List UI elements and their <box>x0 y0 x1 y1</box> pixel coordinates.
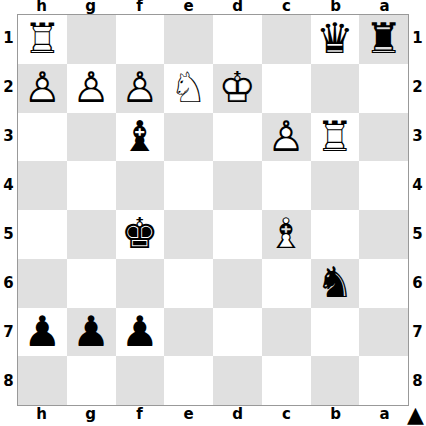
square-c7[interactable] <box>262 308 311 357</box>
square-d7[interactable] <box>213 308 262 357</box>
black-bishop-f3-icon: ♝ <box>116 113 165 162</box>
rank-label-4: 4 <box>409 161 426 210</box>
black-king-f5-icon: ♚ <box>116 210 165 259</box>
square-b3[interactable]: ♜♖ <box>311 113 360 162</box>
square-h7[interactable]: ♟ <box>18 308 67 357</box>
rank-label-3: 3 <box>0 112 17 161</box>
square-e2[interactable]: ♞♘ <box>164 64 213 113</box>
square-b6[interactable]: ♞ <box>311 259 360 308</box>
square-g7[interactable]: ♟ <box>67 308 116 357</box>
square-h4[interactable] <box>18 161 67 210</box>
square-a2[interactable] <box>359 64 408 113</box>
black-rook-a1-icon: ♜ <box>359 15 408 64</box>
square-e5[interactable] <box>164 210 213 259</box>
square-b5[interactable] <box>311 210 360 259</box>
white-bishop-c5-icon: ♝♗ <box>262 210 311 259</box>
square-d6[interactable] <box>213 259 262 308</box>
white-rook-h1-icon: ♜♖ <box>18 15 67 64</box>
square-f1[interactable] <box>116 15 165 64</box>
file-label-e: e <box>164 407 213 422</box>
rank-label-5: 5 <box>0 210 17 259</box>
file-label-a: a <box>360 0 409 14</box>
square-e3[interactable] <box>164 113 213 162</box>
file-label-f: f <box>115 407 164 422</box>
square-a4[interactable] <box>359 161 408 210</box>
rank-labels-right: 12345678 <box>409 14 426 406</box>
square-d4[interactable] <box>213 161 262 210</box>
square-g8[interactable] <box>67 356 116 405</box>
square-a5[interactable] <box>359 210 408 259</box>
black-pawn-g7-icon: ♟ <box>67 308 116 357</box>
white-pawn-g2-icon: ♟♙ <box>67 64 116 113</box>
square-e7[interactable] <box>164 308 213 357</box>
square-f5[interactable]: ♚ <box>116 210 165 259</box>
piece-outline-layer: ♔ <box>213 64 262 113</box>
black-pawn-f7-icon: ♟ <box>116 308 165 357</box>
square-b7[interactable] <box>311 308 360 357</box>
square-g2[interactable]: ♟♙ <box>67 64 116 113</box>
square-h5[interactable] <box>18 210 67 259</box>
square-f8[interactable] <box>116 356 165 405</box>
square-d2[interactable]: ♚♔ <box>213 64 262 113</box>
square-d3[interactable] <box>213 113 262 162</box>
square-f7[interactable]: ♟ <box>116 308 165 357</box>
file-labels-bottom: hgfedcba <box>17 407 409 422</box>
white-rook-b3-icon: ♜♖ <box>311 113 360 162</box>
file-label-h: h <box>17 407 66 422</box>
black-queen-b1-icon: ♛ <box>311 15 360 64</box>
square-h6[interactable] <box>18 259 67 308</box>
rank-label-2: 2 <box>0 63 17 112</box>
square-d8[interactable] <box>213 356 262 405</box>
file-label-g: g <box>66 0 115 14</box>
square-c6[interactable] <box>262 259 311 308</box>
square-c4[interactable] <box>262 161 311 210</box>
white-king-d2-icon: ♚♔ <box>213 64 262 113</box>
square-f6[interactable] <box>116 259 165 308</box>
piece-outline-layer: ♙ <box>67 64 116 113</box>
piece-outline-layer: ♖ <box>311 113 360 162</box>
file-label-e: e <box>164 0 213 14</box>
square-b4[interactable] <box>311 161 360 210</box>
rank-label-1: 1 <box>409 14 426 63</box>
square-c8[interactable] <box>262 356 311 405</box>
square-a6[interactable] <box>359 259 408 308</box>
square-b1[interactable]: ♛ <box>311 15 360 64</box>
file-label-c: c <box>262 0 311 14</box>
file-label-h: h <box>17 0 66 14</box>
square-a3[interactable] <box>359 113 408 162</box>
rank-label-7: 7 <box>0 308 17 357</box>
file-label-f: f <box>115 0 164 14</box>
file-label-c: c <box>262 407 311 422</box>
square-a1[interactable]: ♜ <box>359 15 408 64</box>
rank-label-6: 6 <box>409 259 426 308</box>
square-b2[interactable] <box>311 64 360 113</box>
file-label-d: d <box>213 407 262 422</box>
square-e4[interactable] <box>164 161 213 210</box>
square-a8[interactable] <box>359 356 408 405</box>
black-to-move-indicator: ▲ <box>407 404 424 426</box>
square-c5[interactable]: ♝♗ <box>262 210 311 259</box>
file-label-d: d <box>213 0 262 14</box>
file-label-a: a <box>360 407 409 422</box>
square-f4[interactable] <box>116 161 165 210</box>
square-a7[interactable] <box>359 308 408 357</box>
white-knight-e2-icon: ♞♘ <box>164 64 213 113</box>
black-knight-b6-icon: ♞ <box>311 259 360 308</box>
piece-outline-layer: ♖ <box>18 15 67 64</box>
rank-label-8: 8 <box>409 357 426 406</box>
piece-outline-layer: ♙ <box>116 64 165 113</box>
square-f3[interactable]: ♝ <box>116 113 165 162</box>
white-pawn-f2-icon: ♟♙ <box>116 64 165 113</box>
square-f2[interactable]: ♟♙ <box>116 64 165 113</box>
rank-label-3: 3 <box>409 112 426 161</box>
square-g1[interactable] <box>67 15 116 64</box>
file-label-b: b <box>311 407 360 422</box>
rank-label-1: 1 <box>0 14 17 63</box>
square-g5[interactable] <box>67 210 116 259</box>
white-pawn-h2-icon: ♟♙ <box>18 64 67 113</box>
rank-label-4: 4 <box>0 161 17 210</box>
square-e6[interactable] <box>164 259 213 308</box>
square-d5[interactable] <box>213 210 262 259</box>
piece-outline-layer: ♘ <box>164 64 213 113</box>
square-h1[interactable]: ♜♖ <box>18 15 67 64</box>
square-c1[interactable] <box>262 15 311 64</box>
square-d1[interactable] <box>213 15 262 64</box>
chess-board: ♜♖♛♜♟♙♟♙♟♙♞♘♚♔♝♟♙♜♖♚♝♗♞♟♟♟ <box>17 14 409 406</box>
square-g3[interactable] <box>67 113 116 162</box>
piece-outline-layer: ♙ <box>18 64 67 113</box>
file-labels-top: hgfedcba <box>17 0 409 14</box>
rank-label-6: 6 <box>0 259 17 308</box>
square-g6[interactable] <box>67 259 116 308</box>
rank-label-2: 2 <box>409 63 426 112</box>
square-b8[interactable] <box>311 356 360 405</box>
square-g4[interactable] <box>67 161 116 210</box>
square-c3[interactable]: ♟♙ <box>262 113 311 162</box>
file-label-g: g <box>66 407 115 422</box>
square-e8[interactable] <box>164 356 213 405</box>
chess-diagram: hgfedcba 12345678 ♜♖♛♜♟♙♟♙♟♙♞♘♚♔♝♟♙♜♖♚♝♗… <box>0 0 426 426</box>
white-pawn-c3-icon: ♟♙ <box>262 113 311 162</box>
rank-labels-left: 12345678 <box>0 14 17 406</box>
square-e1[interactable] <box>164 15 213 64</box>
rank-label-7: 7 <box>409 308 426 357</box>
file-label-b: b <box>311 0 360 14</box>
piece-outline-layer: ♗ <box>262 210 311 259</box>
square-h8[interactable] <box>18 356 67 405</box>
black-pawn-h7-icon: ♟ <box>18 308 67 357</box>
piece-outline-layer: ♙ <box>262 113 311 162</box>
square-h3[interactable] <box>18 113 67 162</box>
rank-label-5: 5 <box>409 210 426 259</box>
square-c2[interactable] <box>262 64 311 113</box>
rank-label-8: 8 <box>0 357 17 406</box>
square-h2[interactable]: ♟♙ <box>18 64 67 113</box>
